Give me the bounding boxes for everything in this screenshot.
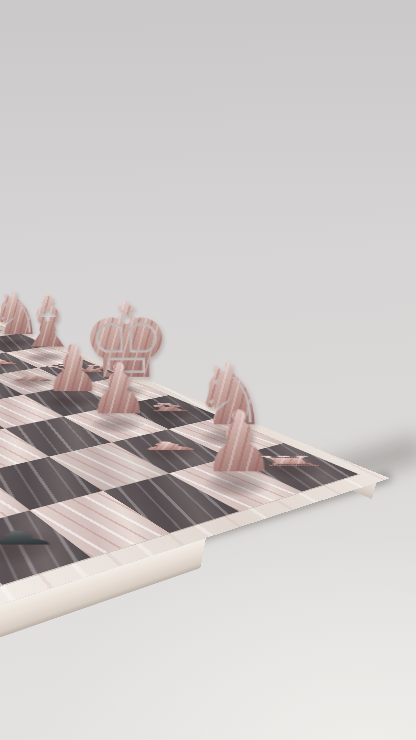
background-wall — [0, 0, 416, 300]
piece-pink-rook-h1: ♜ — [244, 454, 337, 468]
piece-shadow — [0, 523, 75, 574]
piece-shadow — [187, 424, 270, 452]
studio-scene: ♟♜♟♞♟♝♟♛♟♚♟♝♟♞♟♟♜ — [0, 0, 416, 740]
piece-pink-knight-g1: ♞ — [191, 352, 268, 438]
piece-shadow — [134, 401, 209, 424]
